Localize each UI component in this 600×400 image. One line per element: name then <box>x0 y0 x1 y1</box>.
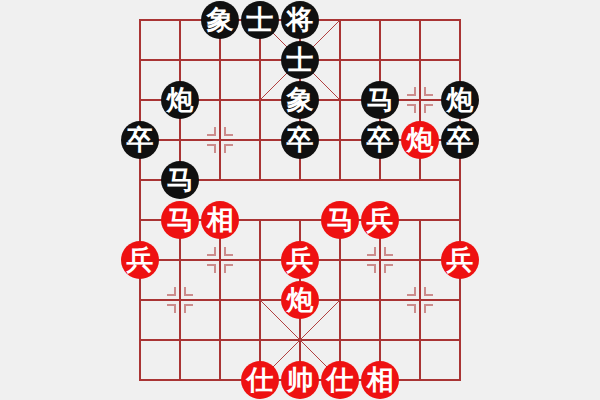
xiangqi-board: 象士将士炮象马炮卒卒卒炮卒马马相马兵兵兵兵炮仕帅仕相 <box>0 0 600 400</box>
piece-black-elephant-1[interactable]: 象 <box>201 1 239 39</box>
piece-red-cannon-1[interactable]: 炮 <box>401 121 439 159</box>
piece-red-pawn-1[interactable]: 兵 <box>361 201 399 239</box>
piece-black-advisor-1[interactable]: 士 <box>241 1 279 39</box>
piece-black-pawn-2[interactable]: 卒 <box>281 121 319 159</box>
piece-black-pawn-1[interactable]: 卒 <box>121 121 159 159</box>
piece-red-pawn-3[interactable]: 兵 <box>281 241 319 279</box>
piece-black-elephant-2[interactable]: 象 <box>281 81 319 119</box>
piece-red-advisor-2[interactable]: 仕 <box>321 361 359 399</box>
piece-black-horse-1[interactable]: 马 <box>361 81 399 119</box>
piece-red-general[interactable]: 帅 <box>281 361 319 399</box>
piece-red-advisor-1[interactable]: 仕 <box>241 361 279 399</box>
piece-black-horse-2[interactable]: 马 <box>161 161 199 199</box>
piece-red-elephant-1[interactable]: 相 <box>201 201 239 239</box>
piece-red-elephant-2[interactable]: 相 <box>361 361 399 399</box>
piece-black-advisor-2[interactable]: 士 <box>281 41 319 79</box>
pieces-layer: 象士将士炮象马炮卒卒卒炮卒马马相马兵兵兵兵炮仕帅仕相 <box>0 0 600 400</box>
piece-black-general[interactable]: 将 <box>281 1 319 39</box>
piece-red-pawn-2[interactable]: 兵 <box>121 241 159 279</box>
piece-black-cannon-1[interactable]: 炮 <box>161 81 199 119</box>
piece-black-cannon-2[interactable]: 炮 <box>441 81 479 119</box>
piece-red-horse-1[interactable]: 马 <box>161 201 199 239</box>
piece-black-pawn-3[interactable]: 卒 <box>361 121 399 159</box>
piece-black-pawn-4[interactable]: 卒 <box>441 121 479 159</box>
piece-red-horse-2[interactable]: 马 <box>321 201 359 239</box>
piece-red-cannon-2[interactable]: 炮 <box>281 281 319 319</box>
piece-red-pawn-4[interactable]: 兵 <box>441 241 479 279</box>
